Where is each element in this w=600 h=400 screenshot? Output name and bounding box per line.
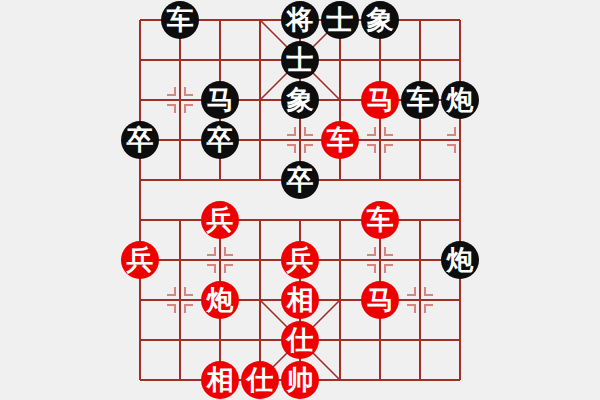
point-marker	[447, 127, 473, 153]
point-marker-bracket	[167, 287, 176, 296]
point-marker-bracket	[207, 247, 216, 256]
point-marker-bracket	[367, 247, 376, 256]
piece-red-soldier[interactable]: 兵	[281, 241, 319, 279]
point-marker-bracket	[184, 304, 193, 313]
piece-black-horse[interactable]: 马	[201, 81, 239, 119]
piece-black-chariot[interactable]: 车	[161, 1, 199, 39]
piece-red-elephant[interactable]: 相	[201, 361, 239, 399]
point-marker-bracket	[224, 247, 233, 256]
point-marker-bracket	[184, 104, 193, 113]
piece-black-soldier[interactable]: 卒	[121, 121, 159, 159]
point-marker-bracket	[367, 127, 376, 136]
point-marker	[287, 127, 313, 153]
point-marker-bracket	[304, 144, 313, 153]
point-marker-bracket	[184, 287, 193, 296]
point-marker	[167, 287, 193, 313]
point-marker-bracket	[287, 144, 296, 153]
xiangqi-board[interactable]: 车将士象士马象马车炮卒卒车卒兵车兵兵炮炮相马仕相仕帅	[0, 0, 600, 400]
piece-red-chariot[interactable]: 车	[361, 201, 399, 239]
point-marker-bracket	[384, 247, 393, 256]
point-marker-bracket	[384, 127, 393, 136]
point-marker-bracket	[224, 264, 233, 273]
piece-red-chariot[interactable]: 车	[321, 121, 359, 159]
piece-black-chariot[interactable]: 车	[401, 81, 439, 119]
point-marker	[167, 87, 193, 113]
point-marker-bracket	[447, 144, 456, 153]
point-marker-bracket	[167, 87, 176, 96]
point-marker-bracket	[287, 127, 296, 136]
piece-red-elephant[interactable]: 相	[281, 281, 319, 319]
piece-black-advisor[interactable]: 士	[321, 1, 359, 39]
piece-black-cannon[interactable]: 炮	[441, 241, 479, 279]
piece-red-horse[interactable]: 马	[361, 281, 399, 319]
point-marker	[367, 127, 393, 153]
point-marker-bracket	[424, 304, 433, 313]
piece-black-soldier[interactable]: 卒	[201, 121, 239, 159]
piece-black-advisor[interactable]: 士	[281, 41, 319, 79]
point-marker	[367, 247, 393, 273]
piece-black-cannon[interactable]: 炮	[441, 81, 479, 119]
piece-red-cannon[interactable]: 炮	[201, 281, 239, 319]
piece-black-soldier[interactable]: 卒	[281, 161, 319, 199]
point-marker-bracket	[384, 264, 393, 273]
piece-red-soldier[interactable]: 兵	[121, 241, 159, 279]
point-marker-bracket	[367, 144, 376, 153]
point-marker	[407, 287, 433, 313]
piece-red-horse[interactable]: 马	[361, 81, 399, 119]
piece-black-elephant[interactable]: 象	[281, 81, 319, 119]
point-marker-bracket	[407, 304, 416, 313]
point-marker-bracket	[384, 144, 393, 153]
point-marker	[207, 247, 233, 273]
point-marker-bracket	[447, 127, 456, 136]
point-marker-bracket	[184, 87, 193, 96]
piece-black-general[interactable]: 将	[281, 1, 319, 39]
point-marker-bracket	[167, 304, 176, 313]
point-marker-bracket	[167, 104, 176, 113]
point-marker-bracket	[207, 264, 216, 273]
point-marker-bracket	[304, 127, 313, 136]
piece-red-advisor[interactable]: 仕	[241, 361, 279, 399]
piece-red-general[interactable]: 帅	[281, 361, 319, 399]
point-marker-bracket	[424, 287, 433, 296]
point-marker-bracket	[407, 287, 416, 296]
piece-black-elephant[interactable]: 象	[361, 1, 399, 39]
piece-red-advisor[interactable]: 仕	[281, 321, 319, 359]
piece-red-soldier[interactable]: 兵	[201, 201, 239, 239]
point-marker-bracket	[367, 264, 376, 273]
